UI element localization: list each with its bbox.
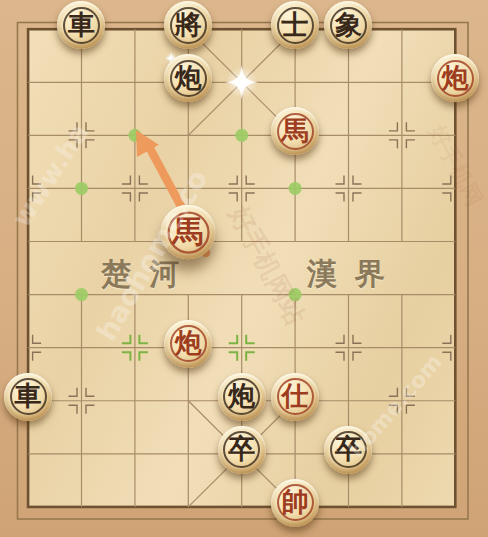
piece-black-cannon-a[interactable]: 炮 xyxy=(164,54,212,102)
piece-black-advisor[interactable]: 士 xyxy=(271,1,319,49)
piece-glyph: 卒 xyxy=(228,435,255,462)
pieces-grid: 車將士象炮炮馬馬炮車炮仕卒卒帥 xyxy=(1,3,482,534)
piece-black-chariot-a[interactable]: 車 xyxy=(57,1,105,49)
piece-glyph: 卒 xyxy=(335,435,362,462)
piece-glyph: 炮 xyxy=(442,64,469,91)
piece-red-advisor[interactable]: 仕 xyxy=(271,373,319,421)
piece-glyph: 車 xyxy=(68,11,95,38)
piece-red-cannon-a[interactable]: 炮 xyxy=(431,54,479,102)
xiangqi-board[interactable]: 楚河 漢界 車將士象炮炮馬馬炮車炮仕卒卒帥 www.hahaohome.coho… xyxy=(0,0,488,537)
piece-black-elephant[interactable]: 象 xyxy=(324,1,372,49)
piece-black-soldier-b[interactable]: 卒 xyxy=(324,426,372,474)
piece-glyph: 象 xyxy=(335,11,362,38)
piece-glyph: 馬 xyxy=(282,117,309,144)
piece-glyph: 帥 xyxy=(282,488,309,515)
piece-glyph: 馬 xyxy=(173,216,204,247)
piece-red-horse-b[interactable]: 馬 xyxy=(161,205,216,260)
piece-black-chariot-b[interactable]: 車 xyxy=(4,373,52,421)
piece-glyph: 士 xyxy=(282,11,309,38)
piece-black-cannon-b[interactable]: 炮 xyxy=(218,373,266,421)
piece-red-cannon-b[interactable]: 炮 xyxy=(164,320,212,368)
piece-black-general[interactable]: 將 xyxy=(164,1,212,49)
piece-glyph: 仕 xyxy=(282,382,309,409)
piece-red-horse-a[interactable]: 馬 xyxy=(271,107,319,155)
piece-glyph: 炮 xyxy=(175,329,202,356)
piece-black-soldier-a[interactable]: 卒 xyxy=(218,426,266,474)
piece-glyph: 炮 xyxy=(228,382,255,409)
piece-red-general[interactable]: 帥 xyxy=(271,479,319,527)
piece-glyph: 車 xyxy=(15,382,42,409)
piece-glyph: 將 xyxy=(175,11,202,38)
piece-glyph: 炮 xyxy=(175,64,202,91)
